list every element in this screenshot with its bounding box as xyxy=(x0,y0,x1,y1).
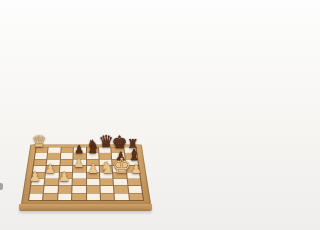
square-d3[interactable] xyxy=(73,179,86,185)
board-clasp xyxy=(0,183,3,190)
white-king-g4[interactable]: ♚ xyxy=(112,156,131,177)
square-d4[interactable] xyxy=(73,172,86,178)
square-f1[interactable] xyxy=(101,193,115,200)
square-d2[interactable] xyxy=(72,186,85,193)
square-h2[interactable] xyxy=(128,186,142,193)
white-pawn-d5[interactable]: ♟ xyxy=(74,157,85,169)
square-e3[interactable] xyxy=(87,179,100,185)
square-c8[interactable] xyxy=(61,147,73,152)
square-h3[interactable] xyxy=(127,179,141,185)
square-d1[interactable] xyxy=(72,193,85,200)
square-a2[interactable] xyxy=(30,186,44,193)
white-pawn-h4[interactable]: ♟ xyxy=(130,163,141,176)
square-b7[interactable] xyxy=(48,153,60,159)
square-c1[interactable] xyxy=(58,193,72,200)
square-c7[interactable] xyxy=(61,153,73,159)
board-front-edge xyxy=(19,204,152,211)
square-b1[interactable] xyxy=(43,193,57,200)
square-g3[interactable] xyxy=(114,179,127,185)
black-pawn-e7[interactable]: ♟ xyxy=(88,146,98,157)
square-b2[interactable] xyxy=(44,186,58,193)
square-e2[interactable] xyxy=(87,186,100,193)
square-a7[interactable] xyxy=(35,153,48,159)
square-b3[interactable] xyxy=(45,179,58,185)
square-f2[interactable] xyxy=(100,186,113,193)
white-pawn-b4[interactable]: ♟ xyxy=(45,163,56,176)
square-h1[interactable] xyxy=(129,193,143,200)
white-pawn-e4[interactable]: ♟ xyxy=(88,163,99,176)
black-pawn-d7[interactable]: ♟ xyxy=(74,146,84,157)
white-pawn-c3[interactable]: ♟ xyxy=(58,170,70,183)
square-b8[interactable] xyxy=(48,147,60,152)
chess-scene: ♛♞♛♚♜♟♟♟♝♟♟♟♞♚♟♟♟ xyxy=(0,0,156,230)
square-c2[interactable] xyxy=(58,186,71,193)
square-g2[interactable] xyxy=(114,186,128,193)
white-pawn-a3[interactable]: ♟ xyxy=(29,170,41,183)
square-g1[interactable] xyxy=(115,193,129,200)
square-a1[interactable] xyxy=(29,193,43,200)
square-e1[interactable] xyxy=(87,193,100,200)
square-f3[interactable] xyxy=(100,179,113,185)
square-c6[interactable] xyxy=(60,159,72,165)
white-queen-a8[interactable]: ♛ xyxy=(32,135,47,152)
